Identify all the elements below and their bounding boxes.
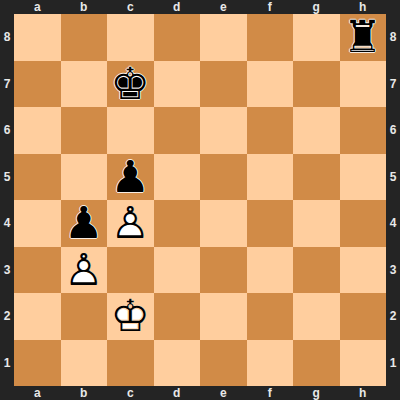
white-king-piece-fill: ♚	[107, 293, 154, 340]
square-g6[interactable]	[293, 107, 340, 154]
white-king-piece: ♔	[107, 293, 154, 340]
rank-label-right-4: 4	[386, 200, 400, 247]
black-pawn-piece: ♟	[107, 154, 154, 201]
square-a2[interactable]	[14, 293, 61, 340]
square-d7[interactable]	[154, 61, 201, 108]
square-e5[interactable]	[200, 154, 247, 201]
rank-label-right-1: 1	[386, 340, 400, 387]
square-b3[interactable]: ♟♙	[61, 247, 108, 294]
square-f6[interactable]	[247, 107, 294, 154]
square-e2[interactable]	[200, 293, 247, 340]
file-label-bottom-g: g	[293, 386, 340, 400]
square-e8[interactable]	[200, 14, 247, 61]
white-pawn-piece-fill: ♟	[107, 200, 154, 247]
square-a3[interactable]	[14, 247, 61, 294]
file-labels-bottom: abcdefgh	[14, 386, 386, 400]
file-labels-top: abcdefgh	[14, 0, 386, 14]
square-h8[interactable]: ♜	[340, 14, 387, 61]
file-label-top-b: b	[61, 0, 108, 14]
chess-board: ♜♚♟♟♟♙♟♙♚♔	[14, 14, 386, 386]
file-label-bottom-d: d	[154, 386, 201, 400]
file-label-top-e: e	[200, 0, 247, 14]
rank-labels-left: 87654321	[0, 14, 14, 386]
rank-label-left-2: 2	[0, 293, 14, 340]
file-label-bottom-e: e	[200, 386, 247, 400]
rank-label-right-5: 5	[386, 154, 400, 201]
square-d5[interactable]	[154, 154, 201, 201]
square-h2[interactable]	[340, 293, 387, 340]
rank-label-left-3: 3	[0, 247, 14, 294]
square-e7[interactable]	[200, 61, 247, 108]
square-a7[interactable]	[14, 61, 61, 108]
square-g5[interactable]	[293, 154, 340, 201]
rank-label-right-3: 3	[386, 247, 400, 294]
square-f1[interactable]	[247, 340, 294, 387]
chess-board-frame: ♜♚♟♟♟♙♟♙♚♔ abcdefgh abcdefgh 87654321 87…	[0, 0, 400, 400]
square-f7[interactable]	[247, 61, 294, 108]
square-a6[interactable]	[14, 107, 61, 154]
square-d3[interactable]	[154, 247, 201, 294]
square-g1[interactable]	[293, 340, 340, 387]
file-label-bottom-f: f	[247, 386, 294, 400]
black-pawn-piece: ♟	[61, 200, 108, 247]
file-label-top-c: c	[107, 0, 154, 14]
square-f4[interactable]	[247, 200, 294, 247]
black-king-piece: ♚	[107, 61, 154, 108]
square-b1[interactable]	[61, 340, 108, 387]
square-c3[interactable]	[107, 247, 154, 294]
square-g2[interactable]	[293, 293, 340, 340]
file-label-top-f: f	[247, 0, 294, 14]
white-pawn-piece: ♙	[107, 200, 154, 247]
rank-label-right-2: 2	[386, 293, 400, 340]
square-h3[interactable]	[340, 247, 387, 294]
square-a5[interactable]	[14, 154, 61, 201]
square-b7[interactable]	[61, 61, 108, 108]
rank-label-left-7: 7	[0, 61, 14, 108]
rank-label-left-6: 6	[0, 107, 14, 154]
square-d4[interactable]	[154, 200, 201, 247]
square-b5[interactable]	[61, 154, 108, 201]
square-c1[interactable]	[107, 340, 154, 387]
square-a8[interactable]	[14, 14, 61, 61]
file-label-top-h: h	[340, 0, 387, 14]
square-d8[interactable]	[154, 14, 201, 61]
square-f5[interactable]	[247, 154, 294, 201]
file-label-bottom-b: b	[61, 386, 108, 400]
square-c4[interactable]: ♟♙	[107, 200, 154, 247]
square-c7[interactable]: ♚	[107, 61, 154, 108]
rank-label-right-6: 6	[386, 107, 400, 154]
square-h7[interactable]	[340, 61, 387, 108]
square-c6[interactable]	[107, 107, 154, 154]
square-f8[interactable]	[247, 14, 294, 61]
square-d2[interactable]	[154, 293, 201, 340]
file-label-top-a: a	[14, 0, 61, 14]
square-c5[interactable]: ♟	[107, 154, 154, 201]
square-f2[interactable]	[247, 293, 294, 340]
square-e6[interactable]	[200, 107, 247, 154]
square-g3[interactable]	[293, 247, 340, 294]
square-c8[interactable]	[107, 14, 154, 61]
white-pawn-piece-fill: ♟	[61, 247, 108, 294]
square-a4[interactable]	[14, 200, 61, 247]
square-d6[interactable]	[154, 107, 201, 154]
square-g8[interactable]	[293, 14, 340, 61]
rank-label-right-8: 8	[386, 14, 400, 61]
square-h5[interactable]	[340, 154, 387, 201]
square-f3[interactable]	[247, 247, 294, 294]
square-h4[interactable]	[340, 200, 387, 247]
square-h1[interactable]	[340, 340, 387, 387]
square-a1[interactable]	[14, 340, 61, 387]
file-label-top-d: d	[154, 0, 201, 14]
file-label-bottom-h: h	[340, 386, 387, 400]
rank-labels-right: 87654321	[386, 14, 400, 386]
square-b8[interactable]	[61, 14, 108, 61]
square-e4[interactable]	[200, 200, 247, 247]
file-label-top-g: g	[293, 0, 340, 14]
white-pawn-piece: ♙	[61, 247, 108, 294]
square-b2[interactable]	[61, 293, 108, 340]
square-h6[interactable]	[340, 107, 387, 154]
rank-label-left-4: 4	[0, 200, 14, 247]
rank-label-left-8: 8	[0, 14, 14, 61]
square-g7[interactable]	[293, 61, 340, 108]
file-label-bottom-a: a	[14, 386, 61, 400]
rank-label-right-7: 7	[386, 61, 400, 108]
square-e1[interactable]	[200, 340, 247, 387]
rank-label-left-5: 5	[0, 154, 14, 201]
square-b6[interactable]	[61, 107, 108, 154]
square-d1[interactable]	[154, 340, 201, 387]
square-g4[interactable]	[293, 200, 340, 247]
file-label-bottom-c: c	[107, 386, 154, 400]
rank-label-left-1: 1	[0, 340, 14, 387]
square-b4[interactable]: ♟	[61, 200, 108, 247]
black-rook-piece: ♜	[340, 14, 387, 61]
square-e3[interactable]	[200, 247, 247, 294]
square-c2[interactable]: ♚♔	[107, 293, 154, 340]
